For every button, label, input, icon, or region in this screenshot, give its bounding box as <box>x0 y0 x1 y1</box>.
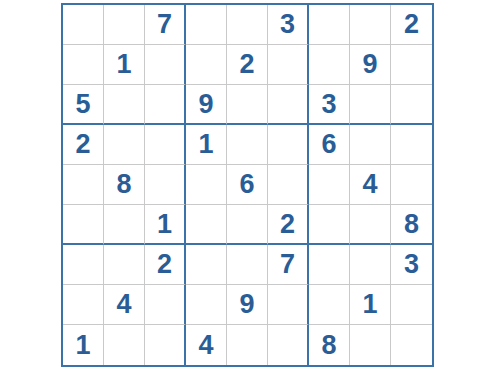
sudoku-cell-r4c5[interactable] <box>227 125 268 165</box>
sudoku-cell-r5c3[interactable] <box>145 165 186 205</box>
sudoku-cell-r9c1[interactable]: 1 <box>63 325 104 365</box>
sudoku-cell-r6c7[interactable] <box>309 205 350 245</box>
sudoku-cell-r4c7[interactable]: 6 <box>309 125 350 165</box>
sudoku-cell-r7c3[interactable]: 2 <box>145 245 186 285</box>
sudoku-cell-r5c2[interactable]: 8 <box>104 165 145 205</box>
sudoku-cell-r3c6[interactable] <box>268 85 309 125</box>
sudoku-cell-r8c6[interactable] <box>268 285 309 325</box>
sudoku-cell-r3c9[interactable] <box>391 85 432 125</box>
sudoku-cell-r8c7[interactable] <box>309 285 350 325</box>
sudoku-cell-r8c4[interactable] <box>186 285 227 325</box>
sudoku-cell-r3c5[interactable] <box>227 85 268 125</box>
sudoku-cell-r7c9[interactable]: 3 <box>391 245 432 285</box>
sudoku-cell-r4c9[interactable] <box>391 125 432 165</box>
sudoku-cell-r3c2[interactable] <box>104 85 145 125</box>
page: 732129593216864128273491148 <box>0 0 500 375</box>
sudoku-cell-r2c4[interactable] <box>186 45 227 85</box>
sudoku-cell-r2c1[interactable] <box>63 45 104 85</box>
sudoku-cell-r1c8[interactable] <box>350 5 391 45</box>
sudoku-cell-r4c2[interactable] <box>104 125 145 165</box>
sudoku-cell-r4c4[interactable]: 1 <box>186 125 227 165</box>
sudoku-cell-r8c8[interactable]: 1 <box>350 285 391 325</box>
sudoku-cell-r5c9[interactable] <box>391 165 432 205</box>
sudoku-cell-r9c4[interactable]: 4 <box>186 325 227 365</box>
sudoku-cell-r6c1[interactable] <box>63 205 104 245</box>
sudoku-cell-r3c8[interactable] <box>350 85 391 125</box>
sudoku-cell-r6c8[interactable] <box>350 205 391 245</box>
sudoku-cell-r6c9[interactable]: 8 <box>391 205 432 245</box>
sudoku-cell-r6c6[interactable]: 2 <box>268 205 309 245</box>
sudoku-cell-r4c6[interactable] <box>268 125 309 165</box>
sudoku-cell-r1c9[interactable]: 2 <box>391 5 432 45</box>
sudoku-cell-r1c1[interactable] <box>63 5 104 45</box>
sudoku-cell-r8c9[interactable] <box>391 285 432 325</box>
sudoku-cell-r7c5[interactable] <box>227 245 268 285</box>
sudoku-cell-r6c5[interactable] <box>227 205 268 245</box>
sudoku-cell-r4c3[interactable] <box>145 125 186 165</box>
sudoku-cell-r2c7[interactable] <box>309 45 350 85</box>
sudoku-cell-r8c1[interactable] <box>63 285 104 325</box>
sudoku-cell-r9c8[interactable] <box>350 325 391 365</box>
sudoku-cell-r2c2[interactable]: 1 <box>104 45 145 85</box>
sudoku-cell-r1c2[interactable] <box>104 5 145 45</box>
sudoku-cell-r4c1[interactable]: 2 <box>63 125 104 165</box>
sudoku-cell-r5c4[interactable] <box>186 165 227 205</box>
sudoku-cell-r3c1[interactable]: 5 <box>63 85 104 125</box>
sudoku-cell-r1c6[interactable]: 3 <box>268 5 309 45</box>
sudoku-cell-r2c9[interactable] <box>391 45 432 85</box>
sudoku-cell-r8c2[interactable]: 4 <box>104 285 145 325</box>
sudoku-cell-r1c3[interactable]: 7 <box>145 5 186 45</box>
sudoku-cell-r5c7[interactable] <box>309 165 350 205</box>
sudoku-cell-r3c7[interactable]: 3 <box>309 85 350 125</box>
sudoku-cell-r5c8[interactable]: 4 <box>350 165 391 205</box>
sudoku-cell-r9c3[interactable] <box>145 325 186 365</box>
sudoku-cell-r7c4[interactable] <box>186 245 227 285</box>
sudoku-cell-r3c3[interactable] <box>145 85 186 125</box>
sudoku-cell-r7c2[interactable] <box>104 245 145 285</box>
sudoku-cell-r5c6[interactable] <box>268 165 309 205</box>
sudoku-cell-r9c2[interactable] <box>104 325 145 365</box>
sudoku-cell-r7c8[interactable] <box>350 245 391 285</box>
sudoku-cell-r2c5[interactable]: 2 <box>227 45 268 85</box>
sudoku-cell-r5c1[interactable] <box>63 165 104 205</box>
sudoku-cell-r9c5[interactable] <box>227 325 268 365</box>
sudoku-cell-r2c8[interactable]: 9 <box>350 45 391 85</box>
sudoku-cell-r8c5[interactable]: 9 <box>227 285 268 325</box>
sudoku-cell-r4c8[interactable] <box>350 125 391 165</box>
sudoku-cell-r5c5[interactable]: 6 <box>227 165 268 205</box>
sudoku-cell-r6c4[interactable] <box>186 205 227 245</box>
sudoku-cell-r1c4[interactable] <box>186 5 227 45</box>
sudoku-cell-r2c3[interactable] <box>145 45 186 85</box>
sudoku-cell-r7c6[interactable]: 7 <box>268 245 309 285</box>
sudoku-cell-r1c5[interactable] <box>227 5 268 45</box>
sudoku-cell-r1c7[interactable] <box>309 5 350 45</box>
sudoku-cell-r9c7[interactable]: 8 <box>309 325 350 365</box>
sudoku-cell-r7c1[interactable] <box>63 245 104 285</box>
sudoku-cell-r7c7[interactable] <box>309 245 350 285</box>
sudoku-cell-r6c2[interactable] <box>104 205 145 245</box>
sudoku-cell-r8c3[interactable] <box>145 285 186 325</box>
sudoku-cell-r2c6[interactable] <box>268 45 309 85</box>
sudoku-cell-r9c9[interactable] <box>391 325 432 365</box>
sudoku-board: 732129593216864128273491148 <box>61 3 434 367</box>
sudoku-cell-r9c6[interactable] <box>268 325 309 365</box>
sudoku-cell-r6c3[interactable]: 1 <box>145 205 186 245</box>
sudoku-cell-r3c4[interactable]: 9 <box>186 85 227 125</box>
